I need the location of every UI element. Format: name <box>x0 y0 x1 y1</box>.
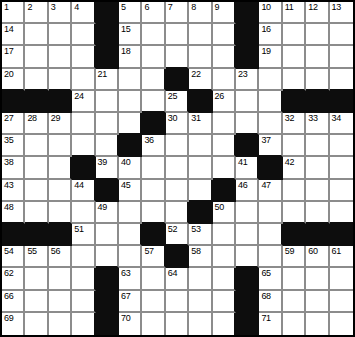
black-square <box>330 224 353 246</box>
clue-number: 2 <box>27 3 32 12</box>
clue-number: 32 <box>285 114 294 123</box>
white-square[interactable]: 16 <box>259 24 282 46</box>
white-square[interactable]: 51 <box>72 224 95 246</box>
white-square[interactable] <box>72 135 95 157</box>
white-square[interactable] <box>259 202 282 224</box>
black-square <box>96 313 119 335</box>
white-square[interactable] <box>142 46 165 68</box>
white-square[interactable]: 49 <box>96 202 119 224</box>
white-square[interactable] <box>236 91 259 113</box>
white-square[interactable]: 28 <box>25 113 48 135</box>
clue-number: 46 <box>238 181 247 190</box>
white-square[interactable] <box>283 291 306 313</box>
black-square <box>189 91 212 113</box>
clue-number: 60 <box>308 247 317 256</box>
black-square <box>96 46 119 68</box>
white-square[interactable] <box>25 24 48 46</box>
white-square[interactable] <box>166 202 189 224</box>
white-square[interactable]: 66 <box>2 291 25 313</box>
white-square[interactable] <box>119 202 142 224</box>
white-square[interactable] <box>236 113 259 135</box>
white-square[interactable] <box>213 113 236 135</box>
clue-number: 49 <box>98 203 107 212</box>
clue-number: 37 <box>261 136 270 145</box>
white-square[interactable] <box>330 46 353 68</box>
white-square[interactable] <box>330 291 353 313</box>
clue-number: 14 <box>4 25 13 34</box>
white-square[interactable] <box>166 46 189 68</box>
white-square[interactable] <box>96 91 119 113</box>
white-square[interactable] <box>189 24 212 46</box>
white-square[interactable] <box>119 246 142 268</box>
white-square[interactable] <box>25 46 48 68</box>
black-square <box>166 246 189 268</box>
white-square[interactable] <box>213 24 236 46</box>
white-square[interactable]: 29 <box>49 113 72 135</box>
black-square <box>236 313 259 335</box>
white-square[interactable] <box>142 313 165 335</box>
clue-number: 20 <box>4 70 13 79</box>
clue-number: 39 <box>98 158 107 167</box>
white-square[interactable] <box>166 157 189 179</box>
white-square[interactable] <box>49 313 72 335</box>
white-square[interactable] <box>49 157 72 179</box>
white-square[interactable] <box>49 268 72 290</box>
black-square <box>283 91 306 113</box>
white-square[interactable] <box>306 202 329 224</box>
white-square[interactable]: 55 <box>25 246 48 268</box>
white-square[interactable] <box>25 291 48 313</box>
clue-number: 11 <box>285 3 294 12</box>
black-square <box>49 91 72 113</box>
white-square[interactable] <box>49 202 72 224</box>
white-square[interactable] <box>189 180 212 202</box>
clue-number: 44 <box>74 181 83 190</box>
black-square <box>25 224 48 246</box>
white-square[interactable] <box>142 157 165 179</box>
clue-number: 16 <box>261 25 270 34</box>
white-square[interactable]: 50 <box>213 202 236 224</box>
white-square[interactable] <box>25 135 48 157</box>
white-square[interactable] <box>49 180 72 202</box>
black-square <box>25 91 48 113</box>
black-square <box>72 157 95 179</box>
white-square[interactable]: 26 <box>213 91 236 113</box>
white-square[interactable]: 54 <box>2 246 25 268</box>
white-square[interactable]: 61 <box>330 246 353 268</box>
clue-number: 36 <box>144 136 153 145</box>
white-square[interactable] <box>189 313 212 335</box>
white-square[interactable] <box>283 24 306 46</box>
white-square[interactable] <box>213 135 236 157</box>
white-square[interactable]: 3 <box>49 2 72 24</box>
white-square[interactable] <box>49 135 72 157</box>
white-square[interactable] <box>330 135 353 157</box>
white-square[interactable]: 56 <box>49 246 72 268</box>
black-square <box>189 202 212 224</box>
white-square[interactable] <box>72 113 95 135</box>
white-square[interactable]: 32 <box>283 113 306 135</box>
white-square[interactable]: 40 <box>119 157 142 179</box>
crossword-grid: 1234567891011121314151617181920212223242… <box>0 0 355 337</box>
white-square[interactable] <box>283 135 306 157</box>
white-square[interactable] <box>119 224 142 246</box>
white-square[interactable] <box>72 69 95 91</box>
clue-number: 6 <box>144 3 149 12</box>
white-square[interactable]: 4 <box>72 2 95 24</box>
clue-number: 23 <box>238 70 247 79</box>
clue-number: 67 <box>121 292 130 301</box>
clue-number: 55 <box>27 247 36 256</box>
white-square[interactable] <box>72 24 95 46</box>
clue-number: 18 <box>121 47 130 56</box>
clue-number: 8 <box>191 3 196 12</box>
clue-number: 19 <box>261 47 270 56</box>
white-square[interactable]: 8 <box>189 2 212 24</box>
white-square[interactable]: 43 <box>2 180 25 202</box>
white-square[interactable] <box>236 246 259 268</box>
white-square[interactable]: 44 <box>72 180 95 202</box>
clue-number: 52 <box>168 225 177 234</box>
white-square[interactable]: 34 <box>330 113 353 135</box>
white-square[interactable]: 33 <box>306 113 329 135</box>
white-square[interactable]: 59 <box>283 246 306 268</box>
white-square[interactable] <box>166 313 189 335</box>
clue-number: 51 <box>74 225 83 234</box>
white-square[interactable]: 47 <box>259 180 282 202</box>
white-square[interactable] <box>330 313 353 335</box>
clue-number: 69 <box>4 314 13 323</box>
white-square[interactable]: 10 <box>259 2 282 24</box>
clue-number: 12 <box>308 3 317 12</box>
white-square[interactable] <box>330 24 353 46</box>
clue-number: 43 <box>4 181 13 190</box>
white-square[interactable] <box>306 313 329 335</box>
white-square[interactable] <box>96 135 119 157</box>
white-square[interactable]: 64 <box>166 268 189 290</box>
black-square <box>96 24 119 46</box>
white-square[interactable]: 18 <box>119 46 142 68</box>
white-square[interactable]: 68 <box>259 291 282 313</box>
white-square[interactable] <box>142 91 165 113</box>
white-square[interactable] <box>25 313 48 335</box>
white-square[interactable] <box>330 157 353 179</box>
white-square[interactable] <box>166 180 189 202</box>
white-square[interactable] <box>72 291 95 313</box>
white-square[interactable]: 41 <box>236 157 259 179</box>
white-square[interactable]: 53 <box>189 224 212 246</box>
clue-number: 28 <box>27 114 36 123</box>
clue-number: 47 <box>261 181 270 190</box>
white-square[interactable]: 2 <box>25 2 48 24</box>
white-square[interactable] <box>119 69 142 91</box>
clue-number: 62 <box>4 269 13 278</box>
white-square[interactable] <box>330 268 353 290</box>
white-square[interactable]: 62 <box>2 268 25 290</box>
white-square[interactable] <box>142 24 165 46</box>
black-square <box>142 224 165 246</box>
clue-number: 61 <box>332 247 341 256</box>
white-square[interactable] <box>142 291 165 313</box>
black-square <box>2 224 25 246</box>
clue-number: 54 <box>4 247 13 256</box>
clue-number: 29 <box>51 114 60 123</box>
white-square[interactable]: 52 <box>166 224 189 246</box>
white-square[interactable] <box>25 180 48 202</box>
white-square[interactable]: 65 <box>259 268 282 290</box>
white-square[interactable] <box>236 224 259 246</box>
white-square[interactable] <box>119 91 142 113</box>
clue-number: 68 <box>261 292 270 301</box>
white-square[interactable]: 30 <box>166 113 189 135</box>
white-square[interactable]: 36 <box>142 135 165 157</box>
clue-number: 27 <box>4 114 13 123</box>
black-square <box>236 24 259 46</box>
white-square[interactable] <box>259 91 282 113</box>
white-square[interactable] <box>259 224 282 246</box>
clue-number: 40 <box>121 158 130 167</box>
white-square[interactable] <box>189 268 212 290</box>
white-square[interactable]: 57 <box>142 246 165 268</box>
white-square[interactable]: 70 <box>119 313 142 335</box>
clue-number: 71 <box>261 314 270 323</box>
white-square[interactable] <box>25 268 48 290</box>
black-square <box>96 2 119 24</box>
clue-number: 3 <box>51 3 56 12</box>
clue-number: 31 <box>191 114 200 123</box>
white-square[interactable]: 69 <box>2 313 25 335</box>
white-square[interactable] <box>166 24 189 46</box>
clue-number: 66 <box>4 292 13 301</box>
white-square[interactable] <box>25 69 48 91</box>
white-square[interactable]: 39 <box>96 157 119 179</box>
white-square[interactable]: 20 <box>2 69 25 91</box>
clue-number: 4 <box>74 3 79 12</box>
white-square[interactable] <box>306 46 329 68</box>
white-square[interactable] <box>306 180 329 202</box>
white-square[interactable] <box>72 268 95 290</box>
clue-number: 50 <box>215 203 224 212</box>
clue-number: 48 <box>4 203 13 212</box>
white-square[interactable] <box>166 135 189 157</box>
black-square <box>236 46 259 68</box>
clue-number: 21 <box>98 70 107 79</box>
white-square[interactable]: 48 <box>2 202 25 224</box>
white-square[interactable] <box>189 157 212 179</box>
clue-number: 38 <box>4 158 13 167</box>
black-square <box>142 113 165 135</box>
white-square[interactable] <box>25 202 48 224</box>
white-square[interactable]: 7 <box>166 2 189 24</box>
white-square[interactable]: 24 <box>72 91 95 113</box>
white-square[interactable]: 42 <box>283 157 306 179</box>
white-square[interactable] <box>306 69 329 91</box>
white-square[interactable] <box>166 291 189 313</box>
white-square[interactable]: 31 <box>189 113 212 135</box>
black-square <box>306 224 329 246</box>
white-square[interactable] <box>283 180 306 202</box>
white-square[interactable] <box>236 202 259 224</box>
clue-number: 5 <box>121 3 126 12</box>
white-square[interactable]: 14 <box>2 24 25 46</box>
white-square[interactable]: 21 <box>96 69 119 91</box>
clue-number: 53 <box>191 225 200 234</box>
clue-number: 41 <box>238 158 247 167</box>
white-square[interactable] <box>72 246 95 268</box>
white-square[interactable] <box>259 246 282 268</box>
black-square <box>49 224 72 246</box>
white-square[interactable]: 35 <box>2 135 25 157</box>
white-square[interactable] <box>213 246 236 268</box>
white-square[interactable]: 46 <box>236 180 259 202</box>
clue-number: 42 <box>285 158 294 167</box>
white-square[interactable] <box>306 135 329 157</box>
white-square[interactable]: 23 <box>236 69 259 91</box>
white-square[interactable]: 15 <box>119 24 142 46</box>
clue-number: 17 <box>4 47 13 56</box>
white-square[interactable] <box>96 113 119 135</box>
black-square <box>96 268 119 290</box>
black-square <box>236 268 259 290</box>
white-square[interactable]: 58 <box>189 246 212 268</box>
clue-number: 59 <box>285 247 294 256</box>
black-square <box>259 157 282 179</box>
white-square[interactable] <box>259 69 282 91</box>
black-square <box>2 91 25 113</box>
clue-number: 70 <box>121 314 130 323</box>
black-square <box>96 180 119 202</box>
white-square[interactable] <box>213 157 236 179</box>
white-square[interactable] <box>306 268 329 290</box>
white-square[interactable] <box>96 224 119 246</box>
white-square[interactable]: 38 <box>2 157 25 179</box>
white-square[interactable] <box>142 180 165 202</box>
white-square[interactable] <box>306 157 329 179</box>
clue-number: 45 <box>121 181 130 190</box>
white-square[interactable] <box>283 46 306 68</box>
clue-number: 1 <box>4 3 9 12</box>
white-square[interactable] <box>213 224 236 246</box>
clue-number: 63 <box>121 269 130 278</box>
black-square <box>213 180 236 202</box>
white-square[interactable] <box>49 24 72 46</box>
clue-number: 7 <box>168 3 173 12</box>
white-square[interactable]: 37 <box>259 135 282 157</box>
white-square[interactable] <box>330 202 353 224</box>
white-square[interactable]: 9 <box>213 2 236 24</box>
white-square[interactable] <box>142 69 165 91</box>
white-square[interactable] <box>259 113 282 135</box>
clue-number: 22 <box>191 70 200 79</box>
white-square[interactable]: 22 <box>189 69 212 91</box>
black-square <box>119 135 142 157</box>
white-square[interactable] <box>330 180 353 202</box>
clue-number: 57 <box>144 247 153 256</box>
white-square[interactable]: 12 <box>306 2 329 24</box>
white-square[interactable]: 67 <box>119 291 142 313</box>
black-square <box>236 291 259 313</box>
clue-number: 58 <box>191 247 200 256</box>
white-square[interactable]: 1 <box>2 2 25 24</box>
white-square[interactable]: 63 <box>119 268 142 290</box>
white-square[interactable]: 71 <box>259 313 282 335</box>
white-square[interactable] <box>213 69 236 91</box>
clue-number: 56 <box>51 247 60 256</box>
clue-number: 33 <box>308 114 317 123</box>
white-square[interactable]: 25 <box>166 91 189 113</box>
black-square <box>283 224 306 246</box>
white-square[interactable] <box>49 46 72 68</box>
white-square[interactable]: 60 <box>306 246 329 268</box>
white-square[interactable] <box>142 202 165 224</box>
white-square[interactable] <box>306 291 329 313</box>
clue-number: 64 <box>168 269 177 278</box>
white-square[interactable] <box>213 291 236 313</box>
black-square <box>96 291 119 313</box>
black-square <box>236 135 259 157</box>
clue-number: 30 <box>168 114 177 123</box>
white-square[interactable] <box>213 313 236 335</box>
white-square[interactable]: 27 <box>2 113 25 135</box>
clue-number: 34 <box>332 114 341 123</box>
black-square <box>330 91 353 113</box>
clue-number: 13 <box>332 3 341 12</box>
black-square <box>306 91 329 113</box>
clue-number: 35 <box>4 136 13 145</box>
clue-number: 9 <box>215 3 220 12</box>
white-square[interactable]: 17 <box>2 46 25 68</box>
black-square <box>166 69 189 91</box>
white-square[interactable] <box>213 46 236 68</box>
clue-number: 26 <box>215 92 224 101</box>
white-square[interactable]: 45 <box>119 180 142 202</box>
white-square[interactable] <box>142 268 165 290</box>
white-square[interactable] <box>306 24 329 46</box>
clue-number: 65 <box>261 269 270 278</box>
white-square[interactable]: 6 <box>142 2 165 24</box>
white-square[interactable] <box>96 246 119 268</box>
clue-number: 24 <box>74 92 83 101</box>
clue-number: 25 <box>168 92 177 101</box>
white-square[interactable] <box>49 69 72 91</box>
white-square[interactable] <box>25 157 48 179</box>
white-square[interactable] <box>189 46 212 68</box>
white-square[interactable] <box>189 291 212 313</box>
white-square[interactable] <box>330 69 353 91</box>
white-square[interactable] <box>283 268 306 290</box>
white-square[interactable] <box>72 46 95 68</box>
white-square[interactable] <box>283 313 306 335</box>
white-square[interactable] <box>119 113 142 135</box>
white-square[interactable] <box>283 69 306 91</box>
white-square[interactable]: 13 <box>330 2 353 24</box>
white-square[interactable] <box>189 135 212 157</box>
white-square[interactable] <box>72 202 95 224</box>
white-square[interactable] <box>49 291 72 313</box>
black-square <box>236 2 259 24</box>
white-square[interactable]: 19 <box>259 46 282 68</box>
clue-number: 10 <box>261 3 270 12</box>
white-square[interactable] <box>72 313 95 335</box>
white-square[interactable]: 11 <box>283 2 306 24</box>
white-square[interactable]: 5 <box>119 2 142 24</box>
white-square[interactable] <box>283 202 306 224</box>
clue-number: 15 <box>121 25 130 34</box>
white-square[interactable] <box>213 268 236 290</box>
